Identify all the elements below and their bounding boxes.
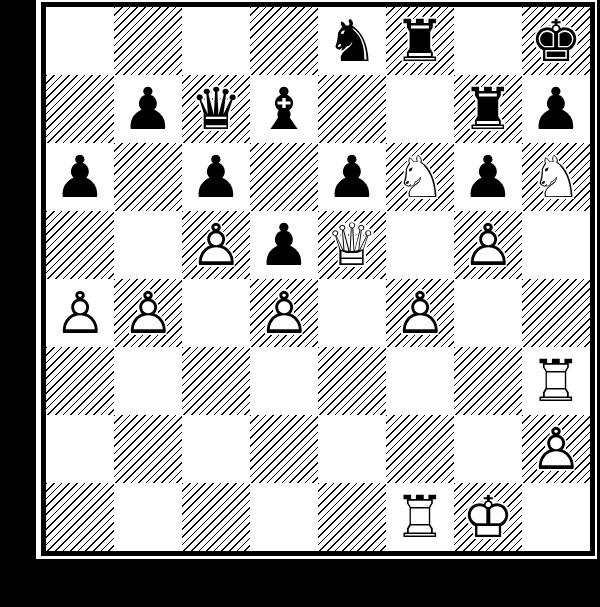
chess-board: ♞♞♜♜♚♚♟♟♛♛♝♝♜♜♟♟♟♟♟♟♟♟♞♘♟♟♞♘♟♙♟♟♛♕♟♙♟♙♟♙… [41,2,595,556]
square-e4[interactable] [318,279,386,347]
black-king-icon: ♚ [522,7,590,75]
square-e6[interactable]: ♟♟ [318,143,386,211]
square-e7[interactable] [318,75,386,143]
white-pawn-icon: ♙ [454,211,522,279]
black-pawn-icon: ♟ [46,143,114,211]
black-rook-icon: ♜ [454,75,522,143]
black-pawn-e6[interactable]: ♟♟ [318,143,386,211]
square-e1[interactable] [318,483,386,551]
square-h6[interactable]: ♞♘ [522,143,590,211]
square-a3[interactable] [46,347,114,415]
white-pawn-icon: ♙ [182,211,250,279]
black-pawn-a6[interactable]: ♟♟ [46,143,114,211]
white-pawn-icon: ♙ [46,279,114,347]
square-e5[interactable]: ♛♕ [318,211,386,279]
black-pawn-icon: ♟ [522,75,590,143]
square-g3[interactable] [454,347,522,415]
square-f6[interactable]: ♞♘ [386,143,454,211]
square-f5[interactable] [386,211,454,279]
square-e2[interactable] [318,415,386,483]
black-knight-icon: ♞ [318,7,386,75]
square-d7[interactable]: ♝♝ [250,75,318,143]
black-queen-icon: ♛ [182,75,250,143]
white-pawn-icon: ♙ [114,279,182,347]
white-pawn-f4[interactable]: ♟♙ [386,279,454,347]
square-c2[interactable] [182,415,250,483]
square-h4[interactable] [522,279,590,347]
white-pawn-h2[interactable]: ♟♙ [522,415,590,483]
square-b6[interactable] [114,143,182,211]
square-g2[interactable] [454,415,522,483]
square-b5[interactable] [114,211,182,279]
square-f2[interactable] [386,415,454,483]
white-pawn-g5[interactable]: ♟♙ [454,211,522,279]
square-e8[interactable]: ♞♞ [318,7,386,75]
white-knight-icon: ♘ [386,143,454,211]
white-pawn-c5[interactable]: ♟♙ [182,211,250,279]
white-pawn-d4[interactable]: ♟♙ [250,279,318,347]
square-c5[interactable]: ♟♙ [182,211,250,279]
white-pawn-icon: ♙ [250,279,318,347]
white-knight-icon: ♘ [522,143,590,211]
square-h3[interactable]: ♜♖ [522,347,590,415]
square-d4[interactable]: ♟♙ [250,279,318,347]
square-h7[interactable]: ♟♟ [522,75,590,143]
square-h1[interactable] [522,483,590,551]
white-queen-icon: ♕ [318,211,386,279]
black-queen-c7[interactable]: ♛♛ [182,75,250,143]
white-rook-h3[interactable]: ♜♖ [522,347,590,415]
white-knight-f6[interactable]: ♞♘ [386,143,454,211]
black-pawn-g6[interactable]: ♟♟ [454,143,522,211]
white-queen-e5[interactable]: ♛♕ [318,211,386,279]
square-b2[interactable] [114,415,182,483]
white-pawn-icon: ♙ [386,279,454,347]
square-b4[interactable]: ♟♙ [114,279,182,347]
square-d6[interactable] [250,143,318,211]
square-c6[interactable]: ♟♟ [182,143,250,211]
square-c1[interactable] [182,483,250,551]
black-knight-e8[interactable]: ♞♞ [318,7,386,75]
square-g6[interactable]: ♟♟ [454,143,522,211]
square-f8[interactable]: ♜♜ [386,7,454,75]
square-g5[interactable]: ♟♙ [454,211,522,279]
square-d3[interactable] [250,347,318,415]
black-pawn-icon: ♟ [250,211,318,279]
square-e3[interactable] [318,347,386,415]
white-king-icon: ♔ [454,483,522,551]
square-a6[interactable]: ♟♟ [46,143,114,211]
white-pawn-b4[interactable]: ♟♙ [114,279,182,347]
white-rook-f1[interactable]: ♜♖ [386,483,454,551]
square-d8[interactable] [250,7,318,75]
page-background: ♞♞♜♜♚♚♟♟♛♛♝♝♜♜♟♟♟♟♟♟♟♟♞♘♟♟♞♘♟♙♟♟♛♕♟♙♟♙♟♙… [36,0,597,559]
white-knight-h6[interactable]: ♞♘ [522,143,590,211]
square-g8[interactable] [454,7,522,75]
black-pawn-d5[interactable]: ♟♟ [250,211,318,279]
square-f7[interactable] [386,75,454,143]
square-d2[interactable] [250,415,318,483]
white-rook-icon: ♖ [522,347,590,415]
square-b3[interactable] [114,347,182,415]
black-pawn-icon: ♟ [114,75,182,143]
square-h2[interactable]: ♟♙ [522,415,590,483]
square-b7[interactable]: ♟♟ [114,75,182,143]
white-pawn-icon: ♙ [522,415,590,483]
black-pawn-b7[interactable]: ♟♟ [114,75,182,143]
square-f3[interactable] [386,347,454,415]
black-rook-icon: ♜ [386,7,454,75]
square-f1[interactable]: ♜♖ [386,483,454,551]
black-bishop-icon: ♝ [250,75,318,143]
white-rook-icon: ♖ [386,483,454,551]
square-a8[interactable] [46,7,114,75]
black-rook-g7[interactable]: ♜♜ [454,75,522,143]
square-b8[interactable] [114,7,182,75]
square-h5[interactable] [522,211,590,279]
square-c7[interactable]: ♛♛ [182,75,250,143]
square-g4[interactable] [454,279,522,347]
square-a1[interactable] [46,483,114,551]
square-c8[interactable] [182,7,250,75]
white-pawn-a4[interactable]: ♟♙ [46,279,114,347]
square-c4[interactable] [182,279,250,347]
black-pawn-icon: ♟ [182,143,250,211]
black-pawn-icon: ♟ [454,143,522,211]
square-c3[interactable] [182,347,250,415]
black-king-h8[interactable]: ♚♚ [522,7,590,75]
black-pawn-c6[interactable]: ♟♟ [182,143,250,211]
black-pawn-icon: ♟ [318,143,386,211]
white-king-g1[interactable]: ♚♔ [454,483,522,551]
square-a2[interactable] [46,415,114,483]
square-g1[interactable]: ♚♔ [454,483,522,551]
black-pawn-h7[interactable]: ♟♟ [522,75,590,143]
square-b1[interactable] [114,483,182,551]
square-a5[interactable] [46,211,114,279]
square-h8[interactable]: ♚♚ [522,7,590,75]
square-g7[interactable]: ♜♜ [454,75,522,143]
black-bishop-d7[interactable]: ♝♝ [250,75,318,143]
square-d5[interactable]: ♟♟ [250,211,318,279]
square-d1[interactable] [250,483,318,551]
black-rook-f8[interactable]: ♜♜ [386,7,454,75]
square-a4[interactable]: ♟♙ [46,279,114,347]
square-a7[interactable] [46,75,114,143]
square-f4[interactable]: ♟♙ [386,279,454,347]
